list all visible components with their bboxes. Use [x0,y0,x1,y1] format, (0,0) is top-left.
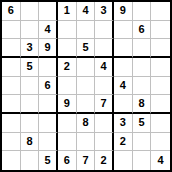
cell-r6c9[interactable] [151,95,170,114]
cell-r7c9[interactable] [151,114,170,133]
cell-r2c9[interactable] [151,21,170,40]
cell-r4c9[interactable] [151,58,170,77]
cell-r5c9[interactable] [151,77,170,96]
cell-r7c1[interactable] [2,114,21,133]
cell-r5c7[interactable]: 4 [114,77,133,96]
cell-r4c8[interactable] [133,58,152,77]
cell-r5c4[interactable] [58,77,77,96]
cell-r3c7[interactable] [114,39,133,58]
cell-r1c3[interactable] [39,2,58,21]
cell-r4c5[interactable] [77,58,96,77]
cell-r3c3[interactable]: 9 [39,39,58,58]
cell-r6c2[interactable] [21,95,40,114]
cell-r7c7[interactable]: 3 [114,114,133,133]
cell-r3c5[interactable]: 5 [77,39,96,58]
cell-r9c3[interactable]: 5 [39,151,58,170]
cell-r9c4[interactable]: 6 [58,151,77,170]
cell-r4c3[interactable] [39,58,58,77]
cell-r2c2[interactable] [21,21,40,40]
cell-r2c4[interactable] [58,21,77,40]
cell-r5c5[interactable] [77,77,96,96]
cell-r3c8[interactable] [133,39,152,58]
cell-r1c7[interactable]: 9 [114,2,133,21]
cell-r7c4[interactable] [58,114,77,133]
cell-r1c2[interactable] [21,2,40,21]
cell-r5c8[interactable] [133,77,152,96]
cell-r2c3[interactable]: 4 [39,21,58,40]
cell-r9c9[interactable]: 4 [151,151,170,170]
cell-r2c7[interactable] [114,21,133,40]
cell-r3c6[interactable] [95,39,114,58]
cell-r8c4[interactable] [58,133,77,152]
cell-r7c2[interactable] [21,114,40,133]
cell-r3c4[interactable] [58,39,77,58]
cell-r4c4[interactable]: 2 [58,58,77,77]
cell-r1c1[interactable]: 6 [2,2,21,21]
cell-r2c8[interactable]: 6 [133,21,152,40]
cell-r9c8[interactable] [133,151,152,170]
cell-r4c2[interactable]: 5 [21,58,40,77]
cell-r6c8[interactable]: 8 [133,95,152,114]
cell-r6c7[interactable] [114,95,133,114]
cell-r1c8[interactable] [133,2,152,21]
cell-r2c1[interactable] [2,21,21,40]
cell-r9c6[interactable]: 2 [95,151,114,170]
cell-r1c5[interactable]: 4 [77,2,96,21]
cell-r5c2[interactable] [21,77,40,96]
cell-r9c1[interactable] [2,151,21,170]
cell-r4c1[interactable] [2,58,21,77]
cell-r9c5[interactable]: 7 [77,151,96,170]
cell-r4c6[interactable]: 4 [95,58,114,77]
cell-r7c6[interactable] [95,114,114,133]
cell-r8c7[interactable]: 2 [114,133,133,152]
cell-r6c4[interactable]: 9 [58,95,77,114]
cell-r8c1[interactable] [2,133,21,152]
cell-r6c3[interactable] [39,95,58,114]
cell-r8c9[interactable] [151,133,170,152]
cell-r4c7[interactable] [114,58,133,77]
cell-r8c8[interactable] [133,133,152,152]
sudoku-board: 6143946395524649788358256724 [0,0,172,172]
cell-r7c3[interactable] [39,114,58,133]
cell-r5c3[interactable]: 6 [39,77,58,96]
cell-r3c9[interactable] [151,39,170,58]
cell-r8c5[interactable] [77,133,96,152]
cell-r6c6[interactable]: 7 [95,95,114,114]
cell-r8c2[interactable]: 8 [21,133,40,152]
cell-r2c5[interactable] [77,21,96,40]
cell-r1c4[interactable]: 1 [58,2,77,21]
cell-r7c8[interactable]: 5 [133,114,152,133]
cell-r3c1[interactable] [2,39,21,58]
cell-r1c6[interactable]: 3 [95,2,114,21]
cell-r2c6[interactable] [95,21,114,40]
cell-r8c6[interactable] [95,133,114,152]
cell-r5c6[interactable] [95,77,114,96]
cell-r9c2[interactable] [21,151,40,170]
cell-r3c2[interactable]: 3 [21,39,40,58]
cell-r9c7[interactable] [114,151,133,170]
cell-r6c5[interactable] [77,95,96,114]
cell-r5c1[interactable] [2,77,21,96]
cell-r6c1[interactable] [2,95,21,114]
cell-r1c9[interactable] [151,2,170,21]
cell-r8c3[interactable] [39,133,58,152]
cell-r7c5[interactable]: 8 [77,114,96,133]
